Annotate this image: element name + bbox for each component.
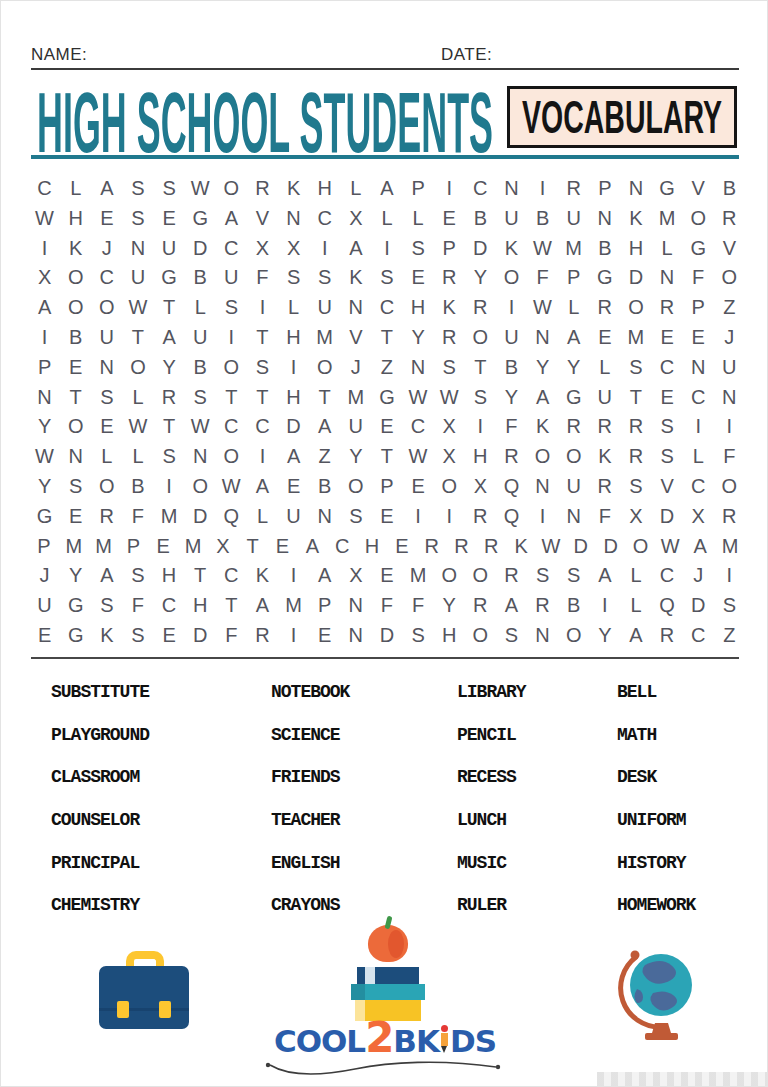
grid-cell: O [465, 323, 496, 353]
grid-cell: H [357, 532, 387, 562]
grid-cell: U [714, 353, 745, 383]
grid-cell: X [340, 204, 371, 234]
grid-cell: O [434, 472, 465, 502]
grid-cell: H [154, 561, 185, 591]
grid-row: YOEWTWCCDAUECXIFKRRRSII [29, 412, 745, 442]
grid-cell: X [208, 532, 238, 562]
grid-cell: E [309, 621, 340, 651]
grid-cell: Y [340, 442, 371, 472]
grid-cell: F [247, 263, 278, 293]
grid-cell: X [434, 442, 465, 472]
grid-cell: O [309, 353, 340, 383]
grid-cell: N [714, 383, 745, 413]
grid-cell: Z [714, 293, 745, 323]
word-item: CRAYONS [271, 895, 457, 915]
grid-cell: S [60, 472, 91, 502]
grid-cell: U [29, 591, 60, 621]
grid-cell: S [714, 591, 745, 621]
grid-cell: U [216, 263, 247, 293]
grid-cell: O [465, 561, 496, 591]
grid-cell: K [278, 174, 309, 204]
grid-cell: A [216, 204, 247, 234]
grid-cell: E [148, 532, 178, 562]
word-list: SUBSTITUTENOTEBOOKLIBRARYBELLPLAYGROUNDS… [51, 671, 741, 927]
grid-cell: E [371, 412, 402, 442]
word-item: CHEMISTRY [51, 895, 271, 915]
grid-row: WHESEGAVNCXLLEBUBUNKMOR [29, 204, 745, 234]
grid-cell: S [216, 293, 247, 323]
grid-cell: B [185, 263, 216, 293]
word-item: PRINCIPAL [51, 853, 271, 873]
grid-cell: N [122, 234, 153, 264]
grid-cell: W [29, 442, 60, 472]
grid-cell: M [59, 532, 89, 562]
grid-cell: E [278, 472, 309, 502]
grid-cell: O [558, 442, 589, 472]
grid-cell: G [60, 621, 91, 651]
grid-cell: D [596, 532, 626, 562]
grid-cell: R [465, 502, 496, 532]
grid-cell: A [247, 591, 278, 621]
grid-cell: I [465, 412, 496, 442]
grid-cell: F [589, 502, 620, 532]
grid-cell: A [309, 561, 340, 591]
word-item: CLASSROOM [51, 767, 271, 787]
grid-cell: W [122, 412, 153, 442]
grid-cell: R [434, 263, 465, 293]
book-stripe [355, 1000, 365, 1021]
grid-cell: O [683, 204, 714, 234]
grid-cell: M [652, 204, 683, 234]
grid-cell: S [185, 383, 216, 413]
grid-cell: S [403, 621, 434, 651]
grid-cell: N [527, 621, 558, 651]
grid-cell: R [247, 621, 278, 651]
grid-cell: O [60, 263, 91, 293]
grid-cell: M [340, 383, 371, 413]
grid-cell: P [403, 174, 434, 204]
grid-cell: X [29, 263, 60, 293]
grid-cell: S [154, 174, 185, 204]
grid-cell: S [122, 561, 153, 591]
grid-row: EGKSEDFRIENDSHOSNOYARCZ [29, 621, 745, 651]
grid-cell: A [620, 621, 651, 651]
worksheet-page: NAME: DATE: HIGH SCHOOL STUDENTS VOCABUL… [0, 0, 768, 1087]
grid-cell: S [122, 174, 153, 204]
grid-cell: K [506, 532, 536, 562]
word-item: LUNCH [457, 810, 617, 830]
grid-cell: D [185, 234, 216, 264]
grid-cell: E [91, 412, 122, 442]
grid-cell: T [60, 383, 91, 413]
briefcase-buckle [117, 1001, 129, 1018]
word-item: RECESS [457, 767, 617, 787]
grid-cell: H [309, 174, 340, 204]
grid-cell: D [683, 591, 714, 621]
grid-cell: N [91, 353, 122, 383]
apple-icon [368, 925, 408, 962]
grid-cell: L [403, 204, 434, 234]
grid-cell: S [403, 234, 434, 264]
grid-cell: I [216, 323, 247, 353]
grid-cell: C [216, 561, 247, 591]
grid-cell: C [91, 263, 122, 293]
word-item: SUBSTITUTE [51, 682, 271, 702]
grid-cell: I [403, 502, 434, 532]
word-item: NOTEBOOK [271, 682, 457, 702]
pencil-icon [440, 1028, 449, 1052]
grid-cell: W [655, 532, 685, 562]
grid-cell: U [185, 323, 216, 353]
grid-cell: K [247, 561, 278, 591]
logo-ds: DS [450, 1023, 496, 1059]
grid-row: NTSLRSTTHTMGWWSYAGUTECN [29, 383, 745, 413]
word-item: ENGLISH [271, 853, 457, 873]
grid-cell: F [122, 502, 153, 532]
grid-row: JYASHTCKIAXEMOORSSALCJI [29, 561, 745, 591]
grid-cell: B [465, 204, 496, 234]
grid-cell: I [29, 323, 60, 353]
grid-cell: H [620, 234, 651, 264]
grid-cell: M [154, 502, 185, 532]
grid-cell: R [652, 293, 683, 323]
grid-cell: P [371, 472, 402, 502]
grid-cell: I [247, 293, 278, 323]
grid-cell: A [91, 561, 122, 591]
grid-cell: R [652, 621, 683, 651]
grid-cell: Y [403, 323, 434, 353]
grid-row: CLASSWORKHLAPICNIRPNGVB [29, 174, 745, 204]
word-item: HOMEWORK [617, 895, 741, 915]
logo-bk: BK [393, 1023, 439, 1059]
grid-cell: T [371, 442, 402, 472]
grid-cell: X [683, 502, 714, 532]
grid-cell: N [340, 293, 371, 323]
grid-cell: L [652, 234, 683, 264]
grid-cell: T [465, 353, 496, 383]
grid-cell: E [683, 323, 714, 353]
grid-cell: Y [527, 353, 558, 383]
grid-cell: B [309, 472, 340, 502]
grid-cell: U [91, 323, 122, 353]
grid-cell: S [652, 412, 683, 442]
grid-cell: F [216, 621, 247, 651]
grid-cell: M [715, 532, 745, 562]
grid-cell: I [278, 561, 309, 591]
grid-cell: W [29, 204, 60, 234]
grid-cell: A [278, 442, 309, 472]
grid-cell: P [118, 532, 148, 562]
grid-row: GERFMDQLUNSEIIRQINFXDXR [29, 502, 745, 532]
grid-divider [31, 657, 739, 659]
grid-cell: X [434, 412, 465, 442]
grid-cell: N [652, 263, 683, 293]
grid-cell: R [558, 412, 589, 442]
grid-cell: R [589, 293, 620, 323]
grid-cell: Q [216, 502, 247, 532]
grid-cell: C [683, 621, 714, 651]
grid-cell: S [340, 502, 371, 532]
grid-row: UGSFCHTAMPNFFYRARBILQDS [29, 591, 745, 621]
word-item: SCIENCE [271, 725, 457, 745]
grid-cell: E [371, 561, 402, 591]
word-item: FRIENDS [271, 767, 457, 787]
grid-cell: U [154, 234, 185, 264]
grid-cell: E [652, 323, 683, 353]
grid-cell: C [327, 532, 357, 562]
grid-cell: R [91, 502, 122, 532]
grid-cell: D [185, 621, 216, 651]
grid-cell: R [465, 591, 496, 621]
grid-cell: O [216, 442, 247, 472]
grid-cell: G [185, 204, 216, 234]
grid-cell: C [683, 383, 714, 413]
grid-cell: C [154, 591, 185, 621]
grid-cell: A [91, 174, 122, 204]
grid-cell: R [417, 532, 447, 562]
grid-cell: B [714, 174, 745, 204]
grid-cell: U [309, 293, 340, 323]
book-middle [351, 984, 425, 1000]
grid-cell: Q [496, 472, 527, 502]
grid-cell: C [216, 234, 247, 264]
grid-cell: W [434, 383, 465, 413]
grid-cell: E [403, 472, 434, 502]
grid-cell: P [589, 174, 620, 204]
grid-cell: J [714, 323, 745, 353]
grid-cell: N [185, 442, 216, 472]
grid-cell: R [447, 532, 477, 562]
briefcase-seam [99, 1008, 189, 1011]
grid-cell: O [496, 263, 527, 293]
grid-cell: C [29, 174, 60, 204]
grid-cell: N [527, 472, 558, 502]
word-item: RULER [457, 895, 617, 915]
grid-cell: P [558, 263, 589, 293]
grid-cell: T [154, 412, 185, 442]
grid-cell: I [714, 412, 745, 442]
grid-cell: S [465, 383, 496, 413]
title-divider [31, 155, 739, 159]
grid-cell: U [496, 323, 527, 353]
grid-cell: O [60, 293, 91, 323]
grid-cell: Q [652, 591, 683, 621]
grid-cell: Y [589, 621, 620, 651]
grid-cell: L [122, 383, 153, 413]
globe-icon [615, 945, 699, 1045]
grid-cell: P [29, 353, 60, 383]
grid-cell: C [465, 174, 496, 204]
grid-cell: R [154, 383, 185, 413]
grid-cell: O [558, 621, 589, 651]
grid-row: IKJNUDCXXIAISPDKWMBHLGV [29, 234, 745, 264]
grid-cell: D [620, 263, 651, 293]
grid-cell: Z [309, 442, 340, 472]
grid-cell: V [652, 472, 683, 502]
grid-cell: D [566, 532, 596, 562]
grid-cell: Y [154, 353, 185, 383]
grid-cell: E [589, 323, 620, 353]
grid-cell: I [278, 621, 309, 651]
grid-cell: F [527, 263, 558, 293]
grid-cell: I [247, 442, 278, 472]
apple-shade [388, 930, 404, 958]
grid-row: YSOBIOWAEBOPEOXQNURSVCO [29, 472, 745, 502]
date-label: DATE: [441, 45, 492, 65]
grid-cell: I [527, 174, 558, 204]
grid-cell: E [387, 532, 417, 562]
grid-cell: O [122, 353, 153, 383]
grid-cell: O [185, 472, 216, 502]
grid-cell: K [340, 263, 371, 293]
grid-cell: N [60, 442, 91, 472]
grid-cell: P [309, 591, 340, 621]
grid-cell: D [278, 412, 309, 442]
grid-cell: D [371, 621, 402, 651]
grid-cell: W [185, 174, 216, 204]
grid-cell: R [558, 174, 589, 204]
grid-cell: M [89, 532, 119, 562]
grid-cell: Y [558, 353, 589, 383]
grid-cell: A [371, 174, 402, 204]
grid-cell: H [278, 323, 309, 353]
grid-cell: L [683, 442, 714, 472]
grid-cell: V [340, 323, 371, 353]
grid-row: AOOWTLSILUNCHKRIWLRORPZ [29, 293, 745, 323]
grid-row: IBUTAUITHMVTYROUNAEMEEJ [29, 323, 745, 353]
grid-cell: L [558, 293, 589, 323]
grid-cell: E [652, 383, 683, 413]
word-item: MUSIC [457, 853, 617, 873]
vocabulary-badge-svg: VOCABULARY [517, 96, 727, 138]
briefcase-body [99, 966, 189, 1029]
grid-cell: I [371, 234, 402, 264]
grid-cell: O [714, 263, 745, 293]
grid-cell: O [91, 472, 122, 502]
grid-cell: D [465, 234, 496, 264]
briefcase-icon [99, 951, 189, 1029]
grid-cell: K [620, 204, 651, 234]
grid-cell: L [620, 591, 651, 621]
grid-cell: H [403, 293, 434, 323]
grid-cell: M [558, 234, 589, 264]
grid-cell: L [247, 502, 278, 532]
vocabulary-badge-text: VOCABULARY [522, 96, 722, 138]
puzzle-title: HIGH SCHOOL STUDENTS [31, 78, 501, 158]
grid-cell: T [154, 293, 185, 323]
grid-cell: T [247, 383, 278, 413]
grid-cell: I [278, 353, 309, 383]
title-block: HIGH SCHOOL STUDENTS VOCABULARY [31, 78, 739, 156]
grid-cell: A [558, 323, 589, 353]
word-item: MATH [617, 725, 741, 745]
grid-cell: T [216, 383, 247, 413]
grid-cell: O [216, 174, 247, 204]
name-label: NAME: [31, 45, 87, 64]
grid-cell: L [278, 293, 309, 323]
word-item: PENCIL [457, 725, 617, 745]
grid-cell: O [216, 353, 247, 383]
grid-cell: U [340, 412, 371, 442]
grid-cell: S [558, 561, 589, 591]
grid-cell: B [122, 472, 153, 502]
grid-cell: Z [714, 621, 745, 651]
grid-cell: E [434, 204, 465, 234]
grid-cell: K [589, 442, 620, 472]
grid-cell: S [434, 353, 465, 383]
grid-cell: G [558, 383, 589, 413]
grid-cell: K [434, 293, 465, 323]
grid-cell: A [340, 234, 371, 264]
grid-cell: G [589, 263, 620, 293]
word-item: TEACHER [271, 810, 457, 830]
grid-cell: E [91, 204, 122, 234]
word-item: LIBRARY [457, 682, 617, 702]
grid-cell: K [527, 412, 558, 442]
grid-cell: A [527, 383, 558, 413]
book-stripe [351, 984, 365, 1000]
grid-cell: S [620, 472, 651, 502]
grid-cell: N [29, 383, 60, 413]
grid-cell: M [309, 323, 340, 353]
grid-cell: K [496, 234, 527, 264]
grid-cell: W [216, 472, 247, 502]
grid-cell: J [683, 561, 714, 591]
book-top [357, 967, 419, 984]
grid-cell: Y [29, 472, 60, 502]
grid-cell: U [278, 502, 309, 532]
grid-cell: S [496, 621, 527, 651]
grid-cell: A [154, 323, 185, 353]
grid-cell: R [476, 532, 506, 562]
grid-cell: Q [496, 502, 527, 532]
grid-cell: A [496, 591, 527, 621]
grid-cell: A [589, 561, 620, 591]
grid-cell: T [185, 561, 216, 591]
grid-cell: T [371, 323, 402, 353]
grid-cell: W [527, 293, 558, 323]
grid-cell: C [683, 472, 714, 502]
grid-cell: P [683, 293, 714, 323]
grid-cell: R [527, 591, 558, 621]
grid-cell: U [496, 204, 527, 234]
word-item: COUNSELOR [51, 810, 271, 830]
grid-cell: J [91, 234, 122, 264]
grid-cell: A [29, 293, 60, 323]
grid-cell: R [714, 204, 745, 234]
grid-cell: W [403, 383, 434, 413]
grid-cell: M [620, 323, 651, 353]
grid-cell: R [247, 174, 278, 204]
grid-cell: N [683, 353, 714, 383]
grid-cell: L [340, 174, 371, 204]
puzzle-title-text: HIGH SCHOOL STUDENTS [37, 78, 493, 158]
grid-cell: Y [29, 412, 60, 442]
grid-cell: O [620, 293, 651, 323]
grid-cell: S [527, 561, 558, 591]
name-date-row: NAME: DATE: [31, 45, 739, 67]
grid-cell: R [465, 293, 496, 323]
grid-cell: T [620, 383, 651, 413]
grid-cell: L [589, 353, 620, 383]
book-stripe [365, 967, 375, 984]
grid-cell: V [714, 234, 745, 264]
briefcase-buckle [159, 1001, 171, 1018]
grid-cell: V [247, 204, 278, 234]
grid-cell: B [558, 591, 589, 621]
grid-cell: S [620, 353, 651, 383]
grid-row: WNLLSNOIAZYTWXHROOKRSLF [29, 442, 745, 472]
